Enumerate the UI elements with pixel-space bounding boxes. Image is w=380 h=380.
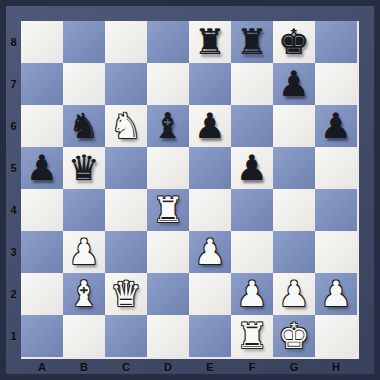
square-b7[interactable] xyxy=(63,63,105,105)
square-a7[interactable] xyxy=(21,63,63,105)
square-b4[interactable] xyxy=(63,189,105,231)
square-a2[interactable] xyxy=(21,273,63,315)
square-b5[interactable]: ♛ xyxy=(63,147,105,189)
piece-white-pawn[interactable]: ♟ xyxy=(278,277,309,312)
file-label-g: G xyxy=(273,359,315,375)
file-label-f: F xyxy=(231,359,273,375)
square-f5[interactable]: ♟ xyxy=(231,147,273,189)
piece-black-pawn[interactable]: ♟ xyxy=(320,109,351,144)
file-label-h: H xyxy=(315,359,357,375)
square-c2[interactable]: ♛ xyxy=(105,273,147,315)
square-g6[interactable] xyxy=(273,105,315,147)
square-c4[interactable] xyxy=(105,189,147,231)
board-frame: 87654321 ABCDEFGH ♜♜♚♟♞♞♝♟♟♟♛♟♜♟♟♝♛♟♟♟♜♚ xyxy=(0,0,380,380)
rank-label-4: 4 xyxy=(6,189,21,231)
square-e7[interactable] xyxy=(189,63,231,105)
chess-board: ♜♜♚♟♞♞♝♟♟♟♛♟♜♟♟♝♛♟♟♟♜♚ xyxy=(21,21,357,357)
piece-black-rook[interactable]: ♜ xyxy=(194,25,225,60)
piece-black-rook[interactable]: ♜ xyxy=(236,25,267,60)
square-f1[interactable]: ♜ xyxy=(231,315,273,357)
square-e5[interactable] xyxy=(189,147,231,189)
piece-black-knight[interactable]: ♞ xyxy=(68,109,99,144)
piece-black-pawn[interactable]: ♟ xyxy=(194,109,225,144)
square-b6[interactable]: ♞ xyxy=(63,105,105,147)
square-e4[interactable] xyxy=(189,189,231,231)
rank-label-5: 5 xyxy=(6,147,21,189)
piece-white-king[interactable]: ♚ xyxy=(278,319,309,354)
rank-label-6: 6 xyxy=(6,105,21,147)
square-a3[interactable] xyxy=(21,231,63,273)
square-d5[interactable] xyxy=(147,147,189,189)
square-b8[interactable] xyxy=(63,21,105,63)
piece-white-bishop[interactable]: ♝ xyxy=(68,277,99,312)
piece-white-queen[interactable]: ♛ xyxy=(110,277,141,312)
square-g7[interactable]: ♟ xyxy=(273,63,315,105)
square-a5[interactable]: ♟ xyxy=(21,147,63,189)
piece-white-pawn[interactable]: ♟ xyxy=(320,277,351,312)
square-a8[interactable] xyxy=(21,21,63,63)
square-a6[interactable] xyxy=(21,105,63,147)
piece-white-knight[interactable]: ♞ xyxy=(110,109,141,144)
square-e3[interactable]: ♟ xyxy=(189,231,231,273)
piece-white-pawn[interactable]: ♟ xyxy=(236,277,267,312)
square-a1[interactable] xyxy=(21,315,63,357)
square-d3[interactable] xyxy=(147,231,189,273)
square-f8[interactable]: ♜ xyxy=(231,21,273,63)
square-b3[interactable]: ♟ xyxy=(63,231,105,273)
file-labels: ABCDEFGH xyxy=(21,359,357,375)
square-g2[interactable]: ♟ xyxy=(273,273,315,315)
square-f7[interactable] xyxy=(231,63,273,105)
piece-black-pawn[interactable]: ♟ xyxy=(236,151,267,186)
square-g8[interactable]: ♚ xyxy=(273,21,315,63)
square-a4[interactable] xyxy=(21,189,63,231)
piece-white-pawn[interactable]: ♟ xyxy=(68,235,99,270)
square-d6[interactable]: ♝ xyxy=(147,105,189,147)
square-d8[interactable] xyxy=(147,21,189,63)
rank-label-2: 2 xyxy=(6,273,21,315)
square-b2[interactable]: ♝ xyxy=(63,273,105,315)
rank-labels: 87654321 xyxy=(6,21,21,357)
square-f3[interactable] xyxy=(231,231,273,273)
square-g3[interactable] xyxy=(273,231,315,273)
rank-label-3: 3 xyxy=(6,231,21,273)
square-g1[interactable]: ♚ xyxy=(273,315,315,357)
piece-black-king[interactable]: ♚ xyxy=(278,25,309,60)
file-label-a: A xyxy=(21,359,63,375)
square-d7[interactable] xyxy=(147,63,189,105)
file-label-b: B xyxy=(63,359,105,375)
rank-label-8: 8 xyxy=(6,21,21,63)
square-g5[interactable] xyxy=(273,147,315,189)
square-f2[interactable]: ♟ xyxy=(231,273,273,315)
square-h3[interactable] xyxy=(315,231,357,273)
square-c3[interactable] xyxy=(105,231,147,273)
rank-label-1: 1 xyxy=(6,315,21,357)
square-c6[interactable]: ♞ xyxy=(105,105,147,147)
piece-black-bishop[interactable]: ♝ xyxy=(152,109,183,144)
square-e2[interactable] xyxy=(189,273,231,315)
square-h7[interactable] xyxy=(315,63,357,105)
square-f4[interactable] xyxy=(231,189,273,231)
square-c7[interactable] xyxy=(105,63,147,105)
piece-black-pawn[interactable]: ♟ xyxy=(26,151,57,186)
file-label-c: C xyxy=(105,359,147,375)
square-e6[interactable]: ♟ xyxy=(189,105,231,147)
piece-white-rook[interactable]: ♜ xyxy=(152,193,183,228)
square-h8[interactable] xyxy=(315,21,357,63)
rank-label-7: 7 xyxy=(6,63,21,105)
square-d2[interactable] xyxy=(147,273,189,315)
file-label-d: D xyxy=(147,359,189,375)
board-margin-panel: 87654321 ABCDEFGH ♜♜♚♟♞♞♝♟♟♟♛♟♜♟♟♝♛♟♟♟♜♚ xyxy=(6,6,374,374)
square-c5[interactable] xyxy=(105,147,147,189)
square-e1[interactable] xyxy=(189,315,231,357)
square-c8[interactable] xyxy=(105,21,147,63)
square-h1[interactable] xyxy=(315,315,357,357)
square-g4[interactable] xyxy=(273,189,315,231)
square-d1[interactable] xyxy=(147,315,189,357)
square-h6[interactable]: ♟ xyxy=(315,105,357,147)
square-e8[interactable]: ♜ xyxy=(189,21,231,63)
piece-white-rook[interactable]: ♜ xyxy=(236,319,267,354)
square-b1[interactable] xyxy=(63,315,105,357)
square-h4[interactable] xyxy=(315,189,357,231)
square-f6[interactable] xyxy=(231,105,273,147)
square-c1[interactable] xyxy=(105,315,147,357)
square-h5[interactable] xyxy=(315,147,357,189)
square-d4[interactable]: ♜ xyxy=(147,189,189,231)
square-h2[interactable]: ♟ xyxy=(315,273,357,315)
piece-white-pawn[interactable]: ♟ xyxy=(194,235,225,270)
piece-black-pawn[interactable]: ♟ xyxy=(278,67,309,102)
piece-black-queen[interactable]: ♛ xyxy=(68,151,99,186)
file-label-e: E xyxy=(189,359,231,375)
